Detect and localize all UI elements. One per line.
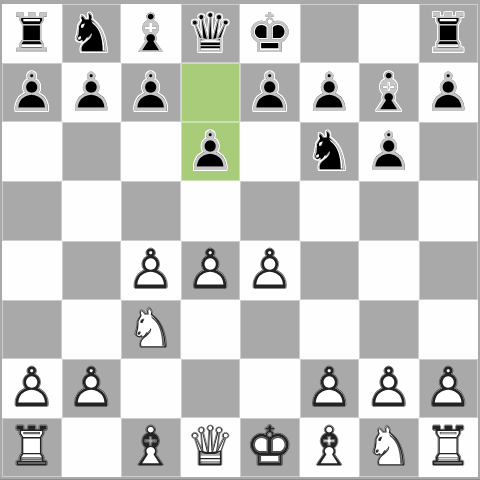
square-b2[interactable]: ♟♙ bbox=[62, 359, 122, 418]
black-bishop-outline-icon: ♗ bbox=[359, 63, 419, 122]
square-h4[interactable] bbox=[419, 241, 479, 300]
square-e7[interactable]: ♟♙ bbox=[240, 63, 300, 122]
square-f5[interactable] bbox=[300, 181, 360, 240]
square-d4[interactable]: ♟♙ bbox=[181, 241, 241, 300]
square-f3[interactable] bbox=[300, 300, 360, 359]
white-pawn-outline-icon: ♙ bbox=[300, 359, 360, 418]
square-d5[interactable] bbox=[181, 181, 241, 240]
square-f2[interactable]: ♟♙ bbox=[300, 359, 360, 418]
white-pawn-outline-icon: ♙ bbox=[62, 359, 122, 418]
square-c6[interactable] bbox=[121, 122, 181, 181]
square-g1[interactable]: ♞♘ bbox=[359, 418, 419, 477]
square-h1[interactable]: ♜♖ bbox=[419, 418, 479, 477]
piece-white-pawn[interactable]: ♟♙ bbox=[2, 359, 62, 418]
piece-black-pawn[interactable]: ♟♙ bbox=[359, 122, 419, 181]
square-f8[interactable] bbox=[300, 4, 360, 63]
white-bishop-outline-icon: ♗ bbox=[121, 418, 181, 477]
square-a2[interactable]: ♟♙ bbox=[2, 359, 62, 418]
piece-black-rook[interactable]: ♜♖ bbox=[419, 4, 479, 63]
square-f7[interactable]: ♟♙ bbox=[300, 63, 360, 122]
chess-app-window: ♜♖♞♘♝♗♛♕♚♔♜♖♟♙♟♙♟♙♟♙♟♙♝♗♟♙♟♙♞♘♟♙♟♙♟♙♟♙♞♘… bbox=[0, 0, 480, 480]
square-a8[interactable]: ♜♖ bbox=[2, 4, 62, 63]
piece-white-rook[interactable]: ♜♖ bbox=[419, 418, 479, 477]
piece-white-pawn[interactable]: ♟♙ bbox=[240, 241, 300, 300]
square-c8[interactable]: ♝♗ bbox=[121, 4, 181, 63]
piece-black-bishop[interactable]: ♝♗ bbox=[359, 63, 419, 122]
square-c5[interactable] bbox=[121, 181, 181, 240]
square-d7[interactable] bbox=[181, 63, 241, 122]
square-b3[interactable] bbox=[62, 300, 122, 359]
white-king-outline-icon: ♔ bbox=[240, 418, 300, 477]
square-a4[interactable] bbox=[2, 241, 62, 300]
square-e3[interactable] bbox=[240, 300, 300, 359]
piece-black-pawn[interactable]: ♟♙ bbox=[121, 63, 181, 122]
chess-board: ♜♖♞♘♝♗♛♕♚♔♜♖♟♙♟♙♟♙♟♙♟♙♝♗♟♙♟♙♞♘♟♙♟♙♟♙♟♙♞♘… bbox=[2, 4, 478, 477]
square-b8[interactable]: ♞♘ bbox=[62, 4, 122, 63]
piece-white-knight[interactable]: ♞♘ bbox=[121, 300, 181, 359]
piece-black-pawn[interactable]: ♟♙ bbox=[2, 63, 62, 122]
square-c1[interactable]: ♝♗ bbox=[121, 418, 181, 477]
piece-black-knight[interactable]: ♞♘ bbox=[300, 122, 360, 181]
square-a7[interactable]: ♟♙ bbox=[2, 63, 62, 122]
square-b5[interactable] bbox=[62, 181, 122, 240]
piece-black-queen[interactable]: ♛♕ bbox=[181, 4, 241, 63]
square-b1[interactable] bbox=[62, 418, 122, 477]
white-rook-outline-icon: ♖ bbox=[419, 418, 479, 477]
piece-white-bishop[interactable]: ♝♗ bbox=[300, 418, 360, 477]
square-g7[interactable]: ♝♗ bbox=[359, 63, 419, 122]
square-a5[interactable] bbox=[2, 181, 62, 240]
square-e4[interactable]: ♟♙ bbox=[240, 241, 300, 300]
piece-white-pawn[interactable]: ♟♙ bbox=[300, 359, 360, 418]
square-e1[interactable]: ♚♔ bbox=[240, 418, 300, 477]
piece-white-king[interactable]: ♚♔ bbox=[240, 418, 300, 477]
piece-white-pawn[interactable]: ♟♙ bbox=[359, 359, 419, 418]
black-bishop-outline-icon: ♗ bbox=[121, 4, 181, 63]
square-c7[interactable]: ♟♙ bbox=[121, 63, 181, 122]
square-h2[interactable]: ♟♙ bbox=[419, 359, 479, 418]
piece-white-knight[interactable]: ♞♘ bbox=[359, 418, 419, 477]
white-pawn-outline-icon: ♙ bbox=[359, 359, 419, 418]
white-queen-outline-icon: ♕ bbox=[181, 418, 241, 477]
square-f6[interactable]: ♞♘ bbox=[300, 122, 360, 181]
black-rook-outline-icon: ♖ bbox=[419, 4, 479, 63]
black-rook-outline-icon: ♖ bbox=[2, 4, 62, 63]
square-h5[interactable] bbox=[419, 181, 479, 240]
piece-black-pawn[interactable]: ♟♙ bbox=[181, 122, 241, 181]
square-h7[interactable]: ♟♙ bbox=[419, 63, 479, 122]
piece-black-king[interactable]: ♚♔ bbox=[240, 4, 300, 63]
square-e5[interactable] bbox=[240, 181, 300, 240]
square-b7[interactable]: ♟♙ bbox=[62, 63, 122, 122]
square-d2[interactable] bbox=[181, 359, 241, 418]
piece-white-rook[interactable]: ♜♖ bbox=[2, 418, 62, 477]
piece-white-pawn[interactable]: ♟♙ bbox=[121, 241, 181, 300]
square-b6[interactable] bbox=[62, 122, 122, 181]
square-h8[interactable]: ♜♖ bbox=[419, 4, 479, 63]
square-g2[interactable]: ♟♙ bbox=[359, 359, 419, 418]
black-pawn-outline-icon: ♙ bbox=[181, 122, 241, 181]
square-g4[interactable] bbox=[359, 241, 419, 300]
piece-black-bishop[interactable]: ♝♗ bbox=[121, 4, 181, 63]
piece-black-pawn[interactable]: ♟♙ bbox=[419, 63, 479, 122]
square-g6[interactable]: ♟♙ bbox=[359, 122, 419, 181]
piece-black-pawn[interactable]: ♟♙ bbox=[240, 63, 300, 122]
white-pawn-outline-icon: ♙ bbox=[2, 359, 62, 418]
piece-white-pawn[interactable]: ♟♙ bbox=[419, 359, 479, 418]
piece-white-pawn[interactable]: ♟♙ bbox=[62, 359, 122, 418]
square-d8[interactable]: ♛♕ bbox=[181, 4, 241, 63]
square-h6[interactable] bbox=[419, 122, 479, 181]
piece-white-pawn[interactable]: ♟♙ bbox=[181, 241, 241, 300]
piece-black-pawn[interactable]: ♟♙ bbox=[62, 63, 122, 122]
white-pawn-outline-icon: ♙ bbox=[121, 241, 181, 300]
black-pawn-outline-icon: ♙ bbox=[300, 63, 360, 122]
square-f1[interactable]: ♝♗ bbox=[300, 418, 360, 477]
square-c2[interactable] bbox=[121, 359, 181, 418]
black-pawn-outline-icon: ♙ bbox=[359, 122, 419, 181]
black-pawn-outline-icon: ♙ bbox=[62, 63, 122, 122]
black-pawn-outline-icon: ♙ bbox=[121, 63, 181, 122]
white-pawn-outline-icon: ♙ bbox=[181, 241, 241, 300]
square-d3[interactable] bbox=[181, 300, 241, 359]
white-rook-outline-icon: ♖ bbox=[2, 418, 62, 477]
white-knight-outline-icon: ♘ bbox=[359, 418, 419, 477]
white-pawn-outline-icon: ♙ bbox=[419, 359, 479, 418]
piece-white-queen[interactable]: ♛♕ bbox=[181, 418, 241, 477]
square-g8[interactable] bbox=[359, 4, 419, 63]
square-e6[interactable] bbox=[240, 122, 300, 181]
square-g3[interactable] bbox=[359, 300, 419, 359]
white-knight-outline-icon: ♘ bbox=[121, 300, 181, 359]
square-c4[interactable]: ♟♙ bbox=[121, 241, 181, 300]
square-a3[interactable] bbox=[2, 300, 62, 359]
black-queen-outline-icon: ♕ bbox=[181, 4, 241, 63]
square-f4[interactable] bbox=[300, 241, 360, 300]
square-g5[interactable] bbox=[359, 181, 419, 240]
black-pawn-outline-icon: ♙ bbox=[2, 63, 62, 122]
white-bishop-outline-icon: ♗ bbox=[300, 418, 360, 477]
black-knight-outline-icon: ♘ bbox=[300, 122, 360, 181]
piece-black-knight[interactable]: ♞♘ bbox=[62, 4, 122, 63]
square-e8[interactable]: ♚♔ bbox=[240, 4, 300, 63]
square-d1[interactable]: ♛♕ bbox=[181, 418, 241, 477]
piece-black-pawn[interactable]: ♟♙ bbox=[300, 63, 360, 122]
white-pawn-outline-icon: ♙ bbox=[240, 241, 300, 300]
black-knight-outline-icon: ♘ bbox=[62, 4, 122, 63]
square-e2[interactable] bbox=[240, 359, 300, 418]
black-pawn-outline-icon: ♙ bbox=[240, 63, 300, 122]
square-a1[interactable]: ♜♖ bbox=[2, 418, 62, 477]
black-king-outline-icon: ♔ bbox=[240, 4, 300, 63]
black-pawn-outline-icon: ♙ bbox=[419, 63, 479, 122]
square-d6[interactable]: ♟♙ bbox=[181, 122, 241, 181]
square-c3[interactable]: ♞♘ bbox=[121, 300, 181, 359]
square-h3[interactable] bbox=[419, 300, 479, 359]
piece-white-bishop[interactable]: ♝♗ bbox=[121, 418, 181, 477]
piece-black-rook[interactable]: ♜♖ bbox=[2, 4, 62, 63]
square-a6[interactable] bbox=[2, 122, 62, 181]
square-b4[interactable] bbox=[62, 241, 122, 300]
